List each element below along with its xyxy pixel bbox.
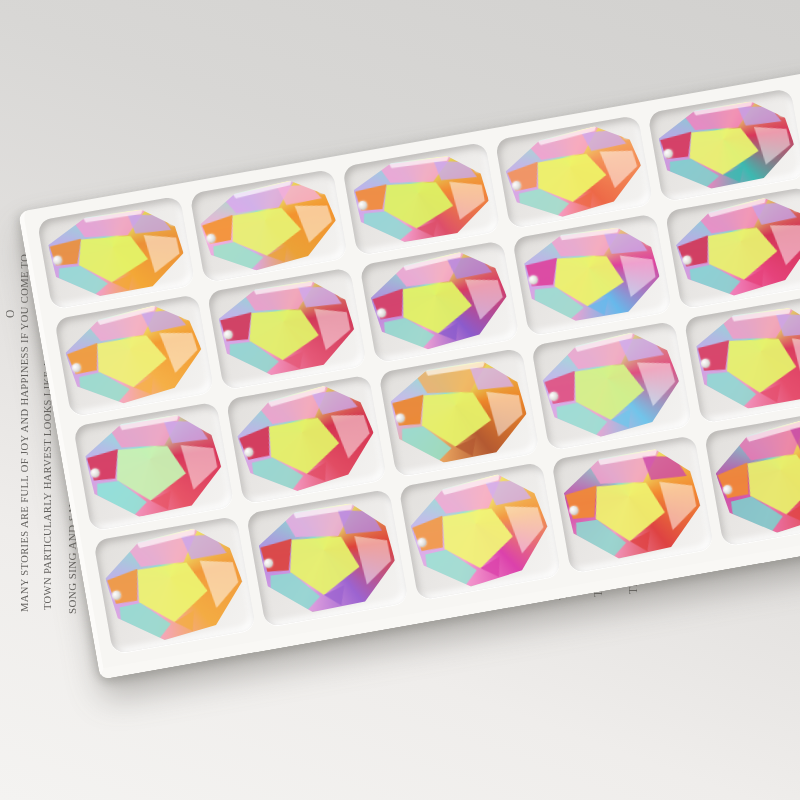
tray-cell-r4c1 — [93, 516, 256, 654]
gem-r3c1 — [81, 409, 226, 523]
gem-r2c3 — [365, 244, 514, 358]
tray-cell-r3c5 — [684, 293, 800, 423]
gem-r4c3 — [403, 466, 556, 597]
sew-hole-right — [658, 338, 669, 349]
tray-cell-r2c1 — [54, 294, 214, 416]
gem-r2c5 — [670, 190, 800, 306]
gem-r1c4 — [500, 117, 648, 226]
sew-hole-right — [316, 184, 327, 195]
sew-hole-right — [351, 390, 362, 401]
sew-hole-right — [643, 236, 653, 246]
gem-r1c1 — [45, 204, 187, 301]
tray-cell-r4c2 — [246, 489, 409, 627]
sew-hole-right — [181, 310, 192, 321]
tray-cell-r1c2 — [189, 169, 347, 283]
sew-hole-right — [338, 289, 348, 299]
tray-cell-r4c4 — [551, 435, 714, 573]
tray-cell-r3c1 — [73, 401, 234, 531]
gem-r1c3 — [351, 152, 492, 247]
sew-hole-right — [167, 216, 177, 226]
gem-r1c5 — [655, 96, 798, 195]
sew-hole-left — [52, 255, 62, 265]
sew-hole-left — [357, 200, 367, 210]
gem-r2c1 — [59, 297, 209, 413]
sew-hole-right — [473, 163, 483, 173]
gem-r3c3 — [387, 357, 531, 468]
tray-cell-r1c3 — [342, 142, 500, 256]
background-text-line: O — [4, 309, 16, 318]
sew-hole-right — [221, 535, 232, 546]
sew-hole-right — [682, 459, 692, 469]
photo-canvas: OMANY STORIES ARE FULL OF JOY AND HAPPIN… — [0, 0, 800, 800]
tray-cell-r4c3 — [399, 462, 562, 600]
sew-hole-left — [663, 148, 673, 158]
gem-r4c2 — [255, 499, 400, 618]
tray-cell-r3c3 — [378, 347, 539, 477]
gem-r3c4 — [536, 325, 686, 447]
sew-hole-right — [777, 107, 787, 117]
tray-cell-r3c2 — [226, 374, 387, 504]
gem-r4c1 — [99, 521, 251, 650]
tray-cell-r2c5 — [665, 187, 800, 309]
gem-r2c2 — [215, 276, 358, 380]
tray-cell-r2c4 — [512, 214, 672, 336]
tray-cell-r4c5 — [704, 408, 800, 546]
tray-cell-r1c1 — [37, 196, 195, 310]
sew-hole-right — [509, 370, 519, 380]
tray-cell-r2c2 — [207, 267, 367, 389]
gem-r4c4 — [559, 444, 705, 565]
sew-hole-right — [203, 423, 213, 433]
gem-r1c2 — [195, 172, 342, 279]
tray-cell-r2c3 — [360, 241, 520, 363]
gem-r3c5 — [693, 304, 800, 413]
tray-cell-r3c4 — [531, 320, 692, 450]
sew-hole-right — [487, 257, 498, 268]
gem-r4c5 — [708, 411, 800, 544]
gem-r2c4 — [521, 224, 663, 326]
tray-cell-r1c5 — [647, 88, 800, 202]
gem-r3c2 — [230, 377, 383, 502]
sew-hole-right — [377, 513, 387, 523]
sew-hole-right — [525, 481, 536, 492]
tray-cell-r1c4 — [495, 115, 653, 229]
sew-hole-right — [791, 202, 800, 213]
background-text-line: MANY STORIES ARE FULL OF JOY AND HAPPINE… — [19, 254, 30, 612]
sew-hole-right — [621, 129, 632, 140]
